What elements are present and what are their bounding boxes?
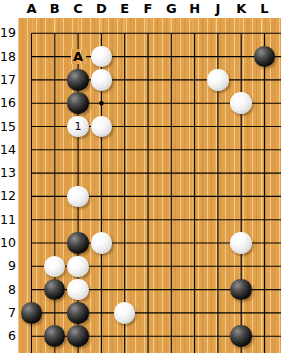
- column-label-L: L: [254, 1, 276, 17]
- column-label-K: K: [230, 1, 252, 17]
- black-stone-K8: [230, 279, 251, 300]
- white-stone-K10: [230, 232, 251, 253]
- black-stone-C16: [67, 92, 88, 113]
- black-stone-C7: [67, 302, 88, 323]
- column-label-F: F: [137, 1, 159, 17]
- white-stone-D17: [91, 69, 112, 90]
- white-stone-C15: 1: [67, 116, 88, 137]
- white-stone-C12: [67, 186, 88, 207]
- row-label-11: 11: [0, 212, 16, 228]
- row-label-10: 10: [0, 235, 16, 251]
- column-label-B: B: [44, 1, 66, 17]
- row-label-14: 14: [0, 142, 16, 158]
- white-stone-D10: [91, 232, 112, 253]
- white-stone-D18: [91, 46, 112, 67]
- white-stone-D15: [91, 116, 112, 137]
- black-stone-A7: [21, 302, 42, 323]
- row-label-12: 12: [0, 188, 16, 204]
- row-label-6: 6: [0, 328, 16, 344]
- white-stone-E7: [114, 302, 135, 323]
- black-stone-K6: [230, 325, 251, 346]
- column-label-A: A: [21, 1, 43, 17]
- white-stone-K16: [230, 92, 251, 113]
- row-label-13: 13: [0, 165, 16, 181]
- stone-grid: 1: [20, 22, 276, 348]
- move-number-C15: 1: [75, 121, 82, 132]
- white-stone-B9: [44, 256, 65, 277]
- black-stone-B8: [44, 279, 65, 300]
- column-label-C: C: [67, 1, 89, 17]
- black-stone-C17: [67, 69, 88, 90]
- column-label-H: H: [184, 1, 206, 17]
- row-label-19: 19: [0, 25, 16, 41]
- black-stone-B6: [44, 325, 65, 346]
- column-label-J: J: [207, 1, 229, 17]
- row-label-15: 15: [0, 119, 16, 135]
- row-label-17: 17: [0, 72, 16, 88]
- column-label-G: G: [160, 1, 182, 17]
- white-stone-J17: [207, 69, 228, 90]
- column-label-E: E: [114, 1, 136, 17]
- row-label-18: 18: [0, 49, 16, 65]
- column-label-D: D: [90, 1, 112, 17]
- white-stone-C8: [67, 279, 88, 300]
- row-label-9: 9: [0, 258, 16, 274]
- row-label-8: 8: [0, 282, 16, 298]
- go-diagram: 191817161514131211109876 ABCDEFGHJKL A 1: [0, 0, 281, 353]
- white-stone-C9: [67, 256, 88, 277]
- row-label-7: 7: [0, 305, 16, 321]
- black-stone-C10: [67, 232, 88, 253]
- black-stone-L18: [254, 46, 275, 67]
- black-stone-C6: [67, 325, 88, 346]
- row-label-16: 16: [0, 95, 16, 111]
